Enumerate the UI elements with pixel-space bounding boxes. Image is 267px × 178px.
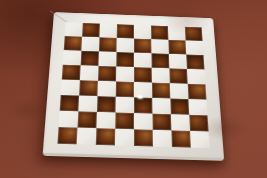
square-h2[interactable] <box>189 115 208 132</box>
square-g5[interactable] <box>169 68 187 83</box>
square-h3[interactable] <box>188 99 207 115</box>
square-e8[interactable] <box>134 25 151 39</box>
square-h6[interactable] <box>186 54 204 69</box>
square-f6[interactable] <box>151 53 169 68</box>
square-e4[interactable] <box>134 82 152 98</box>
photo-canvas <box>0 0 267 178</box>
square-d7[interactable] <box>117 38 134 53</box>
square-d8[interactable] <box>117 24 134 38</box>
square-g1[interactable] <box>171 130 190 147</box>
square-g7[interactable] <box>168 40 186 55</box>
square-h8[interactable] <box>185 27 203 41</box>
square-f8[interactable] <box>151 25 168 39</box>
square-f2[interactable] <box>152 114 171 131</box>
square-e6[interactable] <box>134 53 152 68</box>
square-d2[interactable] <box>115 112 134 129</box>
square-a2[interactable] <box>59 111 79 128</box>
square-b5[interactable] <box>80 65 99 81</box>
square-c3[interactable] <box>97 96 116 112</box>
square-f5[interactable] <box>152 68 170 83</box>
square-b4[interactable] <box>79 80 98 96</box>
square-h7[interactable] <box>186 40 204 55</box>
square-b6[interactable] <box>81 51 99 66</box>
square-a3[interactable] <box>60 95 79 111</box>
square-e5[interactable] <box>134 67 152 82</box>
square-g3[interactable] <box>170 98 189 114</box>
board-grid <box>57 22 209 148</box>
square-h1[interactable] <box>190 131 210 148</box>
square-g4[interactable] <box>170 83 189 99</box>
square-a1[interactable] <box>57 127 77 144</box>
square-d1[interactable] <box>115 129 134 146</box>
square-c4[interactable] <box>97 81 116 97</box>
square-c5[interactable] <box>98 66 116 82</box>
square-h5[interactable] <box>187 69 206 84</box>
square-f1[interactable] <box>153 130 172 147</box>
square-b3[interactable] <box>78 96 97 112</box>
square-e1[interactable] <box>134 129 153 146</box>
square-g2[interactable] <box>171 114 190 131</box>
square-e3[interactable] <box>134 97 152 113</box>
square-f7[interactable] <box>151 39 169 54</box>
square-a8[interactable] <box>65 22 83 36</box>
square-a7[interactable] <box>64 36 82 51</box>
square-g8[interactable] <box>168 26 186 40</box>
square-f3[interactable] <box>152 98 171 114</box>
square-h4[interactable] <box>188 84 207 100</box>
square-g6[interactable] <box>169 54 187 69</box>
chess-board <box>43 12 225 161</box>
square-e2[interactable] <box>134 113 153 130</box>
square-d4[interactable] <box>116 81 134 97</box>
square-b2[interactable] <box>78 111 97 128</box>
square-f4[interactable] <box>152 83 170 99</box>
square-c1[interactable] <box>96 128 115 145</box>
square-a4[interactable] <box>61 80 80 96</box>
square-b1[interactable] <box>77 128 97 145</box>
square-a6[interactable] <box>63 50 82 65</box>
square-e7[interactable] <box>134 39 151 54</box>
square-a5[interactable] <box>62 65 81 81</box>
square-d5[interactable] <box>116 67 134 82</box>
square-d6[interactable] <box>116 52 134 67</box>
square-b8[interactable] <box>82 23 100 37</box>
square-c2[interactable] <box>96 112 115 129</box>
square-d3[interactable] <box>115 97 134 113</box>
square-b7[interactable] <box>81 37 99 52</box>
square-c7[interactable] <box>99 37 117 52</box>
square-c8[interactable] <box>99 24 117 38</box>
square-c6[interactable] <box>98 51 116 66</box>
